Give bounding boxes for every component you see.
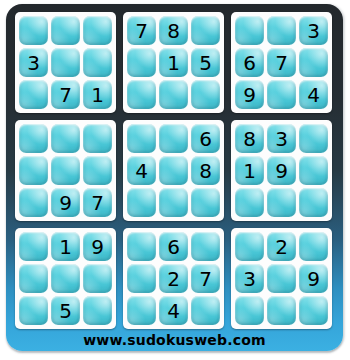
cell-r6c3[interactable]: 7 — [83, 188, 112, 217]
cell-r8c1[interactable] — [19, 264, 48, 293]
digit: 7 — [199, 269, 212, 289]
digit: 9 — [307, 269, 320, 289]
cell-r8c3[interactable] — [83, 264, 112, 293]
cell-r9c8[interactable] — [267, 296, 296, 325]
digit: 8 — [243, 129, 256, 149]
cell-r6c1[interactable] — [19, 188, 48, 217]
digit: 5 — [199, 53, 212, 73]
cell-r3c9[interactable]: 4 — [299, 80, 328, 109]
digit: 7 — [59, 85, 72, 105]
cell-r8c6[interactable]: 7 — [191, 264, 220, 293]
cell-r9c2[interactable]: 5 — [51, 296, 80, 325]
cell-r3c3[interactable]: 1 — [83, 80, 112, 109]
cell-r8c5[interactable]: 2 — [159, 264, 188, 293]
digit: 1 — [59, 237, 72, 257]
digit: 4 — [135, 161, 148, 181]
site-footer: www.sudokusweb.com — [6, 328, 343, 351]
cell-r9c1[interactable] — [19, 296, 48, 325]
cell-r9c4[interactable] — [127, 296, 156, 325]
digit: 2 — [275, 237, 288, 257]
cell-r2c1[interactable]: 3 — [19, 48, 48, 77]
cell-r7c9[interactable] — [299, 232, 328, 261]
cell-r1c9[interactable]: 3 — [299, 16, 328, 45]
site-url[interactable]: www.sudokusweb.com — [83, 332, 266, 348]
digit: 3 — [27, 53, 40, 73]
cell-r7c7[interactable] — [235, 232, 264, 261]
cell-r2c2[interactable] — [51, 48, 80, 77]
cell-r1c2[interactable] — [51, 16, 80, 45]
sudoku-board: 3717815367949764883191956274239 www.sudo… — [6, 4, 343, 351]
cell-r9c7[interactable] — [235, 296, 264, 325]
cell-r9c5[interactable]: 4 — [159, 296, 188, 325]
cell-r6c9[interactable] — [299, 188, 328, 217]
cell-r8c4[interactable] — [127, 264, 156, 293]
cell-r3c5[interactable] — [159, 80, 188, 109]
cell-r4c2[interactable] — [51, 124, 80, 153]
cell-r4c5[interactable] — [159, 124, 188, 153]
digit: 8 — [167, 21, 180, 41]
cell-r2c6[interactable]: 5 — [191, 48, 220, 77]
cell-r8c8[interactable] — [267, 264, 296, 293]
digit: 9 — [275, 161, 288, 181]
cell-r9c6[interactable] — [191, 296, 220, 325]
cell-r7c8[interactable]: 2 — [267, 232, 296, 261]
digit: 9 — [243, 85, 256, 105]
cell-r2c4[interactable] — [127, 48, 156, 77]
cell-r2c8[interactable]: 7 — [267, 48, 296, 77]
cell-r1c8[interactable] — [267, 16, 296, 45]
box-3: 36794 — [231, 12, 332, 113]
cell-r7c1[interactable] — [19, 232, 48, 261]
digit: 6 — [167, 237, 180, 257]
cell-r5c1[interactable] — [19, 156, 48, 185]
cell-r6c2[interactable]: 9 — [51, 188, 80, 217]
cell-r3c2[interactable]: 7 — [51, 80, 80, 109]
cell-r3c6[interactable] — [191, 80, 220, 109]
digit: 7 — [91, 193, 104, 213]
cell-r9c9[interactable] — [299, 296, 328, 325]
grid: 3717815367949764883191956274239 — [15, 12, 334, 329]
cell-r9c3[interactable] — [83, 296, 112, 325]
cell-r1c5[interactable]: 8 — [159, 16, 188, 45]
digit: 9 — [91, 237, 104, 257]
cell-r8c2[interactable] — [51, 264, 80, 293]
cell-r2c9[interactable] — [299, 48, 328, 77]
cell-r3c7[interactable]: 9 — [235, 80, 264, 109]
box-9: 239 — [231, 228, 332, 329]
digit: 1 — [243, 161, 256, 181]
digit: 4 — [167, 301, 180, 321]
cell-r5c4[interactable]: 4 — [127, 156, 156, 185]
cell-r5c9[interactable] — [299, 156, 328, 185]
cell-r4c4[interactable] — [127, 124, 156, 153]
box-7: 195 — [15, 228, 116, 329]
cell-r4c1[interactable] — [19, 124, 48, 153]
cell-r1c4[interactable]: 7 — [127, 16, 156, 45]
cell-r1c3[interactable] — [83, 16, 112, 45]
cell-r7c4[interactable] — [127, 232, 156, 261]
cell-r3c8[interactable] — [267, 80, 296, 109]
cell-r7c5[interactable]: 6 — [159, 232, 188, 261]
digit: 3 — [275, 129, 288, 149]
box-2: 7815 — [123, 12, 224, 113]
box-6: 8319 — [231, 120, 332, 221]
cell-r2c3[interactable] — [83, 48, 112, 77]
box-4: 97 — [15, 120, 116, 221]
cell-r2c5[interactable]: 1 — [159, 48, 188, 77]
digit: 7 — [135, 21, 148, 41]
cell-r5c8[interactable]: 9 — [267, 156, 296, 185]
cell-r8c7[interactable]: 3 — [235, 264, 264, 293]
cell-r4c9[interactable] — [299, 124, 328, 153]
digit: 9 — [59, 193, 72, 213]
cell-r6c5[interactable] — [159, 188, 188, 217]
cell-r6c8[interactable] — [267, 188, 296, 217]
cell-r4c8[interactable]: 3 — [267, 124, 296, 153]
cell-r4c3[interactable] — [83, 124, 112, 153]
cell-r1c6[interactable] — [191, 16, 220, 45]
cell-r5c3[interactable] — [83, 156, 112, 185]
digit: 3 — [243, 269, 256, 289]
cell-r4c6[interactable]: 6 — [191, 124, 220, 153]
digit: 8 — [199, 161, 212, 181]
digit: 1 — [167, 53, 180, 73]
digit: 1 — [91, 85, 104, 105]
cell-r8c9[interactable]: 9 — [299, 264, 328, 293]
cell-r6c6[interactable] — [191, 188, 220, 217]
digit: 4 — [307, 85, 320, 105]
box-1: 371 — [15, 12, 116, 113]
digit: 5 — [59, 301, 72, 321]
cell-r6c7[interactable] — [235, 188, 264, 217]
box-5: 648 — [123, 120, 224, 221]
cell-r1c1[interactable] — [19, 16, 48, 45]
cell-r2c7[interactable]: 6 — [235, 48, 264, 77]
cell-r6c4[interactable] — [127, 188, 156, 217]
cell-r5c2[interactable] — [51, 156, 80, 185]
cell-r5c5[interactable] — [159, 156, 188, 185]
cell-r1c7[interactable] — [235, 16, 264, 45]
cell-r5c7[interactable]: 1 — [235, 156, 264, 185]
cell-r7c3[interactable]: 9 — [83, 232, 112, 261]
cell-r4c7[interactable]: 8 — [235, 124, 264, 153]
cell-r3c1[interactable] — [19, 80, 48, 109]
digit: 7 — [275, 53, 288, 73]
cell-r3c4[interactable] — [127, 80, 156, 109]
cell-r5c6[interactable]: 8 — [191, 156, 220, 185]
digit: 6 — [199, 129, 212, 149]
digit: 2 — [167, 269, 180, 289]
cell-r7c2[interactable]: 1 — [51, 232, 80, 261]
cell-r7c6[interactable] — [191, 232, 220, 261]
box-8: 6274 — [123, 228, 224, 329]
digit: 3 — [307, 21, 320, 41]
digit: 6 — [243, 53, 256, 73]
